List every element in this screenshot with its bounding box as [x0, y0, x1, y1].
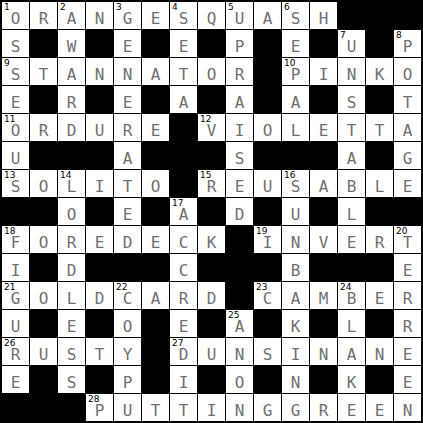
- cell-r5c0[interactable]: U: [2, 142, 29, 169]
- cell-letter: U: [254, 178, 281, 196]
- cell-letter: N: [114, 66, 141, 84]
- cell-letter: N: [86, 66, 113, 84]
- cell-letter: N: [86, 10, 113, 28]
- cell-r1c8[interactable]: P: [226, 30, 253, 57]
- black-cell-r11c11: [310, 310, 337, 337]
- cell-letter: C: [254, 290, 281, 308]
- cell-r8c11[interactable]: V: [310, 226, 337, 253]
- cell-r10c7[interactable]: D: [198, 282, 225, 309]
- cell-r1c6[interactable]: E: [170, 30, 197, 57]
- cell-letter: E: [394, 346, 421, 364]
- cell-letter: A: [254, 10, 281, 28]
- cell-r12c8[interactable]: N: [226, 338, 253, 365]
- cell-r13c8[interactable]: O: [226, 366, 253, 393]
- cell-r3c12[interactable]: S: [338, 86, 365, 113]
- cell-letter: G: [114, 10, 141, 28]
- cell-r10c13[interactable]: E: [366, 282, 393, 309]
- cell-r8c14[interactable]: 20T: [394, 226, 421, 253]
- cell-r14c11[interactable]: R: [310, 394, 337, 421]
- cell-r14c9[interactable]: G: [254, 394, 281, 421]
- cell-letter: I: [310, 66, 337, 84]
- cell-r12c11[interactable]: N: [310, 338, 337, 365]
- cell-r4c4[interactable]: R: [114, 114, 141, 141]
- cell-r10c1[interactable]: O: [30, 282, 57, 309]
- cell-r13c6[interactable]: I: [170, 366, 197, 393]
- cell-r0c7[interactable]: Q: [198, 2, 225, 29]
- cell-r13c4[interactable]: P: [114, 366, 141, 393]
- cell-r0c8[interactable]: 5U: [226, 2, 253, 29]
- cell-r0c2[interactable]: 2A: [58, 2, 85, 29]
- black-cell-r6c6: [170, 170, 197, 197]
- cell-letter: O: [58, 206, 85, 224]
- cell-r14c12[interactable]: E: [338, 394, 365, 421]
- cell-r4c1[interactable]: R: [30, 114, 57, 141]
- black-cell-r11c9: [254, 310, 281, 337]
- black-cell-r3c11: [310, 86, 337, 113]
- cell-letter: E: [2, 374, 29, 392]
- cell-letter: E: [338, 234, 365, 252]
- black-cell-r11c3: [86, 310, 113, 337]
- cell-r13c14[interactable]: E: [394, 366, 421, 393]
- cell-letter: P: [86, 402, 113, 420]
- cell-letter: T: [394, 234, 421, 252]
- cell-r13c0[interactable]: E: [2, 366, 29, 393]
- cell-letter: R: [394, 318, 421, 336]
- cell-r14c7[interactable]: I: [198, 394, 225, 421]
- black-cell-r9c7: [198, 254, 225, 281]
- black-cell-r1c13: [366, 30, 393, 57]
- cell-r0c6[interactable]: 4S: [170, 2, 197, 29]
- cell-r11c6[interactable]: E: [170, 310, 197, 337]
- cell-letter: U: [86, 122, 113, 140]
- cell-letter: V: [198, 122, 225, 140]
- black-cell-r2c9: [254, 58, 281, 85]
- cell-letter: H: [310, 10, 337, 28]
- black-cell-r3c5: [142, 86, 169, 113]
- cell-r7c10[interactable]: U: [282, 198, 309, 225]
- cell-r10c2[interactable]: L: [58, 282, 85, 309]
- cell-r4c12[interactable]: T: [338, 114, 365, 141]
- cell-r11c4[interactable]: O: [114, 310, 141, 337]
- cell-letter: N: [226, 402, 253, 420]
- cell-letter: D: [226, 206, 253, 224]
- cell-letter: O: [2, 10, 29, 28]
- cell-letter: F: [2, 234, 29, 252]
- cell-letter: Q: [198, 10, 225, 28]
- cell-letter: R: [2, 346, 29, 364]
- cell-r7c8[interactable]: D: [226, 198, 253, 225]
- cell-r0c5[interactable]: E: [142, 2, 169, 29]
- cell-r6c3[interactable]: I: [86, 170, 113, 197]
- cell-r3c14[interactable]: T: [394, 86, 421, 113]
- cell-r1c0[interactable]: S: [2, 30, 29, 57]
- cell-r8c9[interactable]: 19I: [254, 226, 281, 253]
- cell-letter: O: [394, 66, 421, 84]
- cell-r10c4[interactable]: 22C: [114, 282, 141, 309]
- cell-letter: D: [58, 122, 85, 140]
- cell-r14c4[interactable]: U: [114, 394, 141, 421]
- cell-letter: R: [30, 122, 57, 140]
- cell-r4c8[interactable]: I: [226, 114, 253, 141]
- cell-letter: L: [338, 206, 365, 224]
- black-cell-r5c11: [310, 142, 337, 169]
- cell-r8c5[interactable]: E: [142, 226, 169, 253]
- cell-r8c7[interactable]: K: [198, 226, 225, 253]
- cell-letter: D: [170, 346, 197, 364]
- cell-r7c6[interactable]: 17A: [170, 198, 197, 225]
- cell-r2c11[interactable]: I: [310, 58, 337, 85]
- cell-r8c0[interactable]: 18F: [2, 226, 29, 253]
- cell-r8c6[interactable]: C: [170, 226, 197, 253]
- cell-r4c7[interactable]: 12V: [198, 114, 225, 141]
- cell-letter: U: [226, 10, 253, 28]
- cell-letter: N: [226, 346, 253, 364]
- cell-r4c0[interactable]: 11O: [2, 114, 29, 141]
- cell-r0c10[interactable]: 6S: [282, 2, 309, 29]
- black-cell-r5c5: [142, 142, 169, 169]
- black-cell-r7c3: [86, 198, 113, 225]
- cell-letter: K: [366, 66, 393, 84]
- cell-r10c3[interactable]: D: [86, 282, 113, 309]
- cell-r6c7[interactable]: 15R: [198, 170, 225, 197]
- cell-r12c12[interactable]: A: [338, 338, 365, 365]
- cell-r11c0[interactable]: U: [2, 310, 29, 337]
- cell-letter: E: [170, 318, 197, 336]
- cell-letter: I: [282, 346, 309, 364]
- cell-r10c9[interactable]: 23C: [254, 282, 281, 309]
- cell-letter: R: [114, 122, 141, 140]
- cell-r3c4[interactable]: E: [114, 86, 141, 113]
- cell-r13c2[interactable]: S: [58, 366, 85, 393]
- cell-letter: S: [282, 10, 309, 28]
- cell-letter: E: [282, 38, 309, 56]
- black-cell-r0c12: [338, 2, 365, 29]
- cell-r5c14[interactable]: G: [394, 142, 421, 169]
- cell-r10c10[interactable]: A: [282, 282, 309, 309]
- cell-r2c14[interactable]: O: [394, 58, 421, 85]
- cell-r12c9[interactable]: S: [254, 338, 281, 365]
- black-cell-r7c5: [142, 198, 169, 225]
- cell-letter: R: [58, 234, 85, 252]
- cell-letter: N: [282, 234, 309, 252]
- cell-r14c13[interactable]: E: [366, 394, 393, 421]
- black-cell-r9c11: [310, 254, 337, 281]
- cell-letter: S: [2, 178, 29, 196]
- cell-r8c10[interactable]: N: [282, 226, 309, 253]
- cell-r4c10[interactable]: L: [282, 114, 309, 141]
- cell-letter: N: [394, 402, 421, 420]
- cell-letter: E: [58, 318, 85, 336]
- black-cell-r7c1: [30, 198, 57, 225]
- cell-letter: E: [170, 38, 197, 56]
- cell-r6c2[interactable]: 14L: [58, 170, 85, 197]
- cell-r13c12[interactable]: K: [338, 366, 365, 393]
- cell-r2c2[interactable]: A: [58, 58, 85, 85]
- cell-r0c1[interactable]: R: [30, 2, 57, 29]
- cell-letter: O: [30, 234, 57, 252]
- black-cell-r9c12: [338, 254, 365, 281]
- cell-r1c2[interactable]: W: [58, 30, 85, 57]
- black-cell-r3c7: [198, 86, 225, 113]
- cell-letter: G: [2, 290, 29, 308]
- black-cell-r4c6: [170, 114, 197, 141]
- cell-letter: R: [366, 234, 393, 252]
- cell-letter: S: [338, 94, 365, 112]
- cell-r6c14[interactable]: E: [394, 170, 421, 197]
- cell-r0c0[interactable]: 1O: [2, 2, 29, 29]
- cell-letter: S: [226, 150, 253, 168]
- cell-r8c13[interactable]: R: [366, 226, 393, 253]
- cell-r10c12[interactable]: 24B: [338, 282, 365, 309]
- cell-letter: A: [282, 290, 309, 308]
- cell-letter: E: [142, 122, 169, 140]
- cell-r2c12[interactable]: N: [338, 58, 365, 85]
- cell-r2c1[interactable]: T: [30, 58, 57, 85]
- black-cell-r7c14: [394, 198, 421, 225]
- black-cell-r14c1: [30, 394, 57, 421]
- black-cell-r3c1: [30, 86, 57, 113]
- cell-letter: R: [30, 10, 57, 28]
- cell-r0c3[interactable]: N: [86, 2, 113, 29]
- cell-letter: K: [198, 234, 225, 252]
- black-cell-r5c9: [254, 142, 281, 169]
- black-cell-r7c9: [254, 198, 281, 225]
- cell-r14c5[interactable]: T: [142, 394, 169, 421]
- cell-letter: I: [170, 374, 197, 392]
- cell-r4c11[interactable]: E: [310, 114, 337, 141]
- cell-r3c8[interactable]: A: [226, 86, 253, 113]
- cell-r2c13[interactable]: K: [366, 58, 393, 85]
- cell-r6c12[interactable]: B: [338, 170, 365, 197]
- cell-r7c4[interactable]: E: [114, 198, 141, 225]
- cell-r10c5[interactable]: A: [142, 282, 169, 309]
- cell-letter: E: [366, 290, 393, 308]
- black-cell-r5c10: [282, 142, 309, 169]
- cell-r9c0[interactable]: I: [2, 254, 29, 281]
- cell-r14c14[interactable]: N: [394, 394, 421, 421]
- cell-r11c14[interactable]: R: [394, 310, 421, 337]
- cell-letter: A: [226, 94, 253, 112]
- cell-r8c1[interactable]: O: [30, 226, 57, 253]
- cell-r5c8[interactable]: S: [226, 142, 253, 169]
- black-cell-r3c3: [86, 86, 113, 113]
- cell-r1c12[interactable]: 7U: [338, 30, 365, 57]
- cell-r11c12[interactable]: L: [338, 310, 365, 337]
- black-cell-r14c2: [58, 394, 85, 421]
- cell-letter: A: [282, 94, 309, 112]
- cell-letter: T: [338, 122, 365, 140]
- cell-r10c0[interactable]: 21G: [2, 282, 29, 309]
- black-cell-r7c11: [310, 198, 337, 225]
- cell-letter: M: [310, 290, 337, 308]
- cell-letter: T: [394, 94, 421, 112]
- cell-r4c14[interactable]: A: [394, 114, 421, 141]
- cell-letter: E: [338, 402, 365, 420]
- cell-r3c10[interactable]: A: [282, 86, 309, 113]
- black-cell-r11c5: [142, 310, 169, 337]
- cell-r0c4[interactable]: 3G: [114, 2, 141, 29]
- black-cell-r9c5: [142, 254, 169, 281]
- cell-letter: O: [30, 290, 57, 308]
- cell-r9c14[interactable]: E: [394, 254, 421, 281]
- cell-r6c13[interactable]: L: [366, 170, 393, 197]
- black-cell-r13c9: [254, 366, 281, 393]
- cell-letter: U: [338, 38, 365, 56]
- cell-letter: U: [2, 318, 29, 336]
- cell-letter: S: [2, 66, 29, 84]
- black-cell-r9c1: [30, 254, 57, 281]
- cell-letter: U: [2, 150, 29, 168]
- cell-r12c3[interactable]: T: [86, 338, 113, 365]
- cell-letter: A: [310, 178, 337, 196]
- cell-r8c12[interactable]: E: [338, 226, 365, 253]
- cell-letter: I: [2, 262, 29, 280]
- cell-r4c5[interactable]: E: [142, 114, 169, 141]
- cell-r6c4[interactable]: T: [114, 170, 141, 197]
- black-cell-r13c5: [142, 366, 169, 393]
- cell-r14c8[interactable]: N: [226, 394, 253, 421]
- cell-letter: A: [170, 206, 197, 224]
- cell-letter: B: [338, 178, 365, 196]
- cell-r6c11[interactable]: A: [310, 170, 337, 197]
- cell-letter: E: [142, 10, 169, 28]
- cell-letter: Y: [114, 346, 141, 364]
- cell-letter: O: [198, 66, 225, 84]
- cell-r6c1[interactable]: O: [30, 170, 57, 197]
- cell-r1c10[interactable]: E: [282, 30, 309, 57]
- cell-r9c10[interactable]: B: [282, 254, 309, 281]
- black-cell-r10c8: [226, 282, 253, 309]
- cell-letter: K: [338, 374, 365, 392]
- cell-r12c2[interactable]: S: [58, 338, 85, 365]
- cell-r8c3[interactable]: E: [86, 226, 113, 253]
- cell-r11c10[interactable]: K: [282, 310, 309, 337]
- cell-r4c2[interactable]: D: [58, 114, 85, 141]
- cell-r9c6[interactable]: C: [170, 254, 197, 281]
- cell-r2c4[interactable]: N: [114, 58, 141, 85]
- black-cell-r9c13: [366, 254, 393, 281]
- cell-r13c10[interactable]: N: [282, 366, 309, 393]
- cell-r1c14[interactable]: 8P: [394, 30, 421, 57]
- cell-r4c3[interactable]: U: [86, 114, 113, 141]
- cell-r2c5[interactable]: A: [142, 58, 169, 85]
- cell-letter: S: [2, 38, 29, 56]
- cell-letter: L: [338, 318, 365, 336]
- cell-letter: S: [282, 178, 309, 196]
- cell-letter: D: [198, 290, 225, 308]
- cell-letter: E: [366, 402, 393, 420]
- cell-r12c13[interactable]: N: [366, 338, 393, 365]
- cell-r7c2[interactable]: O: [58, 198, 85, 225]
- black-cell-r13c7: [198, 366, 225, 393]
- cell-r6c10[interactable]: 16S: [282, 170, 309, 197]
- cell-r14c6[interactable]: T: [170, 394, 197, 421]
- cell-letter: C: [170, 262, 197, 280]
- cell-letter: O: [2, 122, 29, 140]
- cell-r8c4[interactable]: D: [114, 226, 141, 253]
- cell-r12c7[interactable]: U: [198, 338, 225, 365]
- cell-letter: L: [58, 290, 85, 308]
- cell-letter: T: [142, 402, 169, 420]
- cell-r0c11[interactable]: H: [310, 2, 337, 29]
- cell-r6c5[interactable]: O: [142, 170, 169, 197]
- cell-r12c14[interactable]: E: [394, 338, 421, 365]
- cell-r2c8[interactable]: R: [226, 58, 253, 85]
- cell-r2c3[interactable]: N: [86, 58, 113, 85]
- cell-r12c10[interactable]: I: [282, 338, 309, 365]
- cell-r3c0[interactable]: E: [2, 86, 29, 113]
- cell-r7c12[interactable]: L: [338, 198, 365, 225]
- cell-letter: T: [170, 402, 197, 420]
- cell-r1c4[interactable]: E: [114, 30, 141, 57]
- cell-r12c4[interactable]: Y: [114, 338, 141, 365]
- cell-r2c6[interactable]: T: [170, 58, 197, 85]
- cell-letter: R: [58, 94, 85, 112]
- cell-r4c13[interactable]: T: [366, 114, 393, 141]
- cell-letter: K: [282, 318, 309, 336]
- cell-r6c0[interactable]: 13S: [2, 170, 29, 197]
- cell-letter: T: [30, 66, 57, 84]
- black-cell-r13c1: [30, 366, 57, 393]
- cell-r3c2[interactable]: R: [58, 86, 85, 113]
- cell-r10c11[interactable]: M: [310, 282, 337, 309]
- cell-letter: A: [394, 122, 421, 140]
- cell-r0c9[interactable]: A: [254, 2, 281, 29]
- cell-r6c8[interactable]: E: [226, 170, 253, 197]
- cell-r12c0[interactable]: 26R: [2, 338, 29, 365]
- cell-letter: A: [226, 318, 253, 336]
- cell-letter: O: [226, 374, 253, 392]
- cell-r4c9[interactable]: O: [254, 114, 281, 141]
- cell-letter: E: [142, 234, 169, 252]
- black-cell-r1c9: [254, 30, 281, 57]
- cell-r9c2[interactable]: D: [58, 254, 85, 281]
- cell-r2c0[interactable]: 9S: [2, 58, 29, 85]
- cell-r10c6[interactable]: R: [170, 282, 197, 309]
- cell-letter: D: [114, 234, 141, 252]
- cell-r8c2[interactable]: R: [58, 226, 85, 253]
- black-cell-r14c0: [2, 394, 29, 421]
- cell-letter: U: [282, 206, 309, 224]
- cell-letter: R: [170, 290, 197, 308]
- cell-r14c3[interactable]: 28P: [86, 394, 113, 421]
- cell-r11c8[interactable]: 25A: [226, 310, 253, 337]
- cell-letter: A: [338, 346, 365, 364]
- cell-letter: C: [114, 290, 141, 308]
- cell-r12c6[interactable]: 27D: [170, 338, 197, 365]
- cell-r14c10[interactable]: G: [282, 394, 309, 421]
- cell-r2c10[interactable]: 10P: [282, 58, 309, 85]
- cell-r2c7[interactable]: O: [198, 58, 225, 85]
- cell-letter: T: [86, 346, 113, 364]
- cell-r5c12[interactable]: A: [338, 142, 365, 169]
- cell-r12c1[interactable]: U: [30, 338, 57, 365]
- cell-letter: G: [254, 402, 281, 420]
- cell-letter: L: [366, 178, 393, 196]
- cell-letter: A: [142, 290, 169, 308]
- cell-letter: E: [86, 234, 113, 252]
- cell-r6c9[interactable]: U: [254, 170, 281, 197]
- cell-r11c2[interactable]: E: [58, 310, 85, 337]
- cell-letter: E: [114, 206, 141, 224]
- cell-letter: I: [86, 178, 113, 196]
- cell-r3c6[interactable]: A: [170, 86, 197, 113]
- black-cell-r3c9: [254, 86, 281, 113]
- cell-r5c4[interactable]: A: [114, 142, 141, 169]
- cell-r10c14[interactable]: R: [394, 282, 421, 309]
- cell-letter: E: [394, 262, 421, 280]
- black-cell-r13c13: [366, 366, 393, 393]
